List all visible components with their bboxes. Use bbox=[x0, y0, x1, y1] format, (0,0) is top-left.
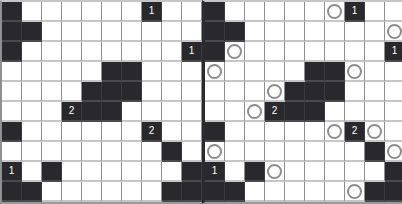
solution-cell-wall-r9c9 bbox=[385, 182, 402, 202]
puzzle-cell-white-r6c6[interactable] bbox=[122, 122, 142, 142]
solution-cell-bulb-r7c9[interactable] bbox=[385, 142, 402, 162]
solution-cell-wall-r1c1 bbox=[225, 22, 245, 42]
puzzle-cell-white-r5c1[interactable] bbox=[22, 102, 42, 122]
solution-cell-wall-r7c8 bbox=[365, 142, 385, 162]
puzzle-cell-white-r1c5[interactable] bbox=[102, 22, 122, 42]
solution-cell-bulb-r9c7[interactable] bbox=[345, 182, 365, 202]
solution-cell-white-r4c2[interactable] bbox=[245, 82, 265, 102]
puzzle-cell-wall-r9c0 bbox=[2, 182, 22, 202]
solution-cell-white-r6c4[interactable] bbox=[285, 122, 305, 142]
puzzle-cell-wall-r9c8 bbox=[162, 182, 182, 202]
puzzle-cell-white-r2c4[interactable] bbox=[82, 42, 102, 62]
puzzle-cell-white-r5c6[interactable] bbox=[122, 102, 142, 122]
puzzle-cell-wall-r2c0 bbox=[2, 42, 22, 62]
puzzle-cell-white-r1c2[interactable] bbox=[42, 22, 62, 42]
puzzle-cell-white-r4c2[interactable] bbox=[42, 82, 62, 102]
puzzle-cell-white-r2c5[interactable] bbox=[102, 42, 122, 62]
solution-cell-wall-r3c5 bbox=[305, 62, 325, 82]
solution-cell-wall-r9c1 bbox=[225, 182, 245, 202]
solution-cell-white-r2c7[interactable] bbox=[345, 42, 365, 62]
solution-cell-white-r9c4[interactable] bbox=[285, 182, 305, 202]
puzzle-cell-white-r5c0[interactable] bbox=[2, 102, 22, 122]
puzzle-cell-wall-r3c5 bbox=[102, 62, 122, 82]
puzzle-cell-white-r0c8[interactable] bbox=[162, 2, 182, 22]
puzzle-cell-white-r5c9[interactable] bbox=[182, 102, 202, 122]
solution-cell-white-r8c5[interactable] bbox=[305, 162, 325, 182]
solution-cell-white-r3c4[interactable] bbox=[285, 62, 305, 82]
puzzle-cell-white-r8c5[interactable] bbox=[102, 162, 122, 182]
solution-cell-wall-r2c0 bbox=[205, 42, 225, 62]
puzzle-cell-white-r8c1[interactable] bbox=[22, 162, 42, 182]
puzzle-cell-white-r3c2[interactable] bbox=[42, 62, 62, 82]
puzzle-cell-wall-r3c6 bbox=[122, 62, 142, 82]
solution-cell-wall-r8c9 bbox=[385, 162, 402, 182]
solution-cell-white-r5c1[interactable] bbox=[225, 102, 245, 122]
solution-cell-bulb-r6c6[interactable] bbox=[325, 122, 345, 142]
puzzle-cell-white-r2c7[interactable] bbox=[142, 42, 162, 62]
solution-cell-white-r6c1[interactable] bbox=[225, 122, 245, 142]
puzzle-cell-wall-r4c4 bbox=[82, 82, 102, 102]
light-bulb-icon bbox=[207, 64, 222, 79]
puzzle-cell-white-r7c2[interactable] bbox=[42, 142, 62, 162]
puzzle-cell-clue-r0c7: 1 bbox=[142, 2, 162, 22]
solution-cell-wall-r5c4 bbox=[285, 102, 305, 122]
solution-cell-white-r7c6[interactable] bbox=[325, 142, 345, 162]
solution-cell-wall-r4c5 bbox=[305, 82, 325, 102]
solution-cell-white-r2c2[interactable] bbox=[245, 42, 265, 62]
puzzle-cell-white-r0c5[interactable] bbox=[102, 2, 122, 22]
solution-cell-white-r1c5[interactable] bbox=[305, 22, 325, 42]
puzzle-cell-white-r7c6[interactable] bbox=[122, 142, 142, 162]
light-bulb-icon bbox=[267, 84, 282, 99]
puzzle-cell-white-r6c5[interactable] bbox=[102, 122, 122, 142]
puzzle-board: 11221 bbox=[0, 0, 202, 204]
solution-cell-white-r8c4[interactable] bbox=[285, 162, 305, 182]
solution-cell-white-r6c5[interactable] bbox=[305, 122, 325, 142]
solution-cell-white-r7c5[interactable] bbox=[305, 142, 325, 162]
solution-cell-white-r2c3[interactable] bbox=[265, 42, 285, 62]
puzzle-cell-white-r3c9[interactable] bbox=[182, 62, 202, 82]
puzzle-cell-clue-r8c0: 1 bbox=[2, 162, 22, 182]
solution-cell-white-r5c6[interactable] bbox=[325, 102, 345, 122]
solution-cell-clue-r2c9: 1 bbox=[385, 42, 402, 62]
puzzle-cell-white-r2c8[interactable] bbox=[162, 42, 182, 62]
puzzle-cell-white-r3c1[interactable] bbox=[22, 62, 42, 82]
solution-cell-wall-r9c8 bbox=[365, 182, 385, 202]
puzzle-cell-white-r6c9[interactable] bbox=[182, 122, 202, 142]
puzzle-cell-white-r2c2[interactable] bbox=[42, 42, 62, 62]
solution-cell-white-r6c3[interactable] bbox=[265, 122, 285, 142]
puzzle-cell-white-r1c6[interactable] bbox=[122, 22, 142, 42]
puzzle-cell-white-r3c0[interactable] bbox=[2, 62, 22, 82]
solution-cell-wall-r0c0 bbox=[205, 2, 225, 22]
puzzle-cell-white-r3c3[interactable] bbox=[62, 62, 82, 82]
solution-cell-bulb-r2c1[interactable] bbox=[225, 42, 245, 62]
puzzle-cell-white-r8c3[interactable] bbox=[62, 162, 82, 182]
puzzle-cell-white-r7c4[interactable] bbox=[82, 142, 102, 162]
puzzle-cell-wall-r5c5 bbox=[102, 102, 122, 122]
solution-cell-white-r2c6[interactable] bbox=[325, 42, 345, 62]
puzzle-cell-white-r1c8[interactable] bbox=[162, 22, 182, 42]
puzzle-cell-wall-r9c1 bbox=[22, 182, 42, 202]
solution-cell-wall-r8c2 bbox=[245, 162, 265, 182]
solution-cell-white-r1c8[interactable] bbox=[365, 22, 385, 42]
solution-cell-white-r2c4[interactable] bbox=[285, 42, 305, 62]
puzzle-cell-white-r8c6[interactable] bbox=[122, 162, 142, 182]
solution-cell-bulb-r0c6[interactable] bbox=[325, 2, 345, 22]
puzzle-cell-clue-r2c9: 1 bbox=[182, 42, 202, 62]
puzzle-cell-white-r9c3[interactable] bbox=[62, 182, 82, 202]
puzzle-cell-white-r3c8[interactable] bbox=[162, 62, 182, 82]
solution-cell-bulb-r3c0[interactable] bbox=[205, 62, 225, 82]
solution-board: 11221 bbox=[202, 0, 402, 204]
puzzle-cell-wall-r1c0 bbox=[2, 22, 22, 42]
puzzle-cell-wall-r6c0 bbox=[2, 122, 22, 142]
solution-cell-bulb-r4c3[interactable] bbox=[265, 82, 285, 102]
solution-cell-white-r9c3[interactable] bbox=[265, 182, 285, 202]
light-bulb-icon bbox=[387, 24, 402, 39]
light-bulb-icon bbox=[367, 124, 382, 139]
puzzle-cell-white-r9c5[interactable] bbox=[102, 182, 122, 202]
solution-cell-bulb-r1c9[interactable] bbox=[385, 22, 402, 42]
puzzle-cell-white-r3c7[interactable] bbox=[142, 62, 162, 82]
solution-cell-white-r2c8[interactable] bbox=[365, 42, 385, 62]
solution-cell-white-r1c7[interactable] bbox=[345, 22, 365, 42]
solution-cell-white-r4c8[interactable] bbox=[365, 82, 385, 102]
solution-cell-white-r2c5[interactable] bbox=[305, 42, 325, 62]
solution-cell-white-r6c9[interactable] bbox=[385, 122, 402, 142]
solution-cell-white-r5c7[interactable] bbox=[345, 102, 365, 122]
puzzle-cell-white-r6c4[interactable] bbox=[82, 122, 102, 142]
puzzle-cell-white-r4c8[interactable] bbox=[162, 82, 182, 102]
puzzle-cell-white-r0c4[interactable] bbox=[82, 2, 102, 22]
light-bulb-icon bbox=[227, 44, 242, 59]
solution-cell-white-r0c9[interactable] bbox=[385, 2, 402, 22]
solution-cell-bulb-r8c3[interactable] bbox=[265, 162, 285, 182]
puzzle-cell-white-r4c7[interactable] bbox=[142, 82, 162, 102]
solution-cell-wall-r4c4 bbox=[285, 82, 305, 102]
solution-cell-white-r1c2[interactable] bbox=[245, 22, 265, 42]
puzzle-cell-wall-r8c2 bbox=[42, 162, 62, 182]
puzzle-cell-white-r3c4[interactable] bbox=[82, 62, 102, 82]
solution-cell-white-r0c5[interactable] bbox=[305, 2, 325, 22]
puzzle-cell-clue-r5c3: 2 bbox=[62, 102, 82, 122]
puzzle-cell-white-r8c4[interactable] bbox=[82, 162, 102, 182]
solution-cell-white-r7c4[interactable] bbox=[285, 142, 305, 162]
light-bulb-icon bbox=[207, 144, 222, 159]
solution-cell-white-r1c6[interactable] bbox=[325, 22, 345, 42]
solution-cell-white-r1c3[interactable] bbox=[265, 22, 285, 42]
puzzle-cell-white-r7c5[interactable] bbox=[102, 142, 122, 162]
solution-cell-clue-r6c7: 2 bbox=[345, 122, 365, 142]
light-bulb-icon bbox=[347, 184, 362, 199]
light-bulb-icon bbox=[327, 124, 342, 139]
solution-cell-white-r8c6[interactable] bbox=[325, 162, 345, 182]
solution-cell-white-r9c6[interactable] bbox=[325, 182, 345, 202]
puzzle-cell-white-r0c6[interactable] bbox=[122, 2, 142, 22]
puzzle-cell-white-r1c7[interactable] bbox=[142, 22, 162, 42]
solution-cell-white-r3c9[interactable] bbox=[385, 62, 402, 82]
solution-cell-white-r5c8[interactable] bbox=[365, 102, 385, 122]
solution-cell-bulb-r6c8[interactable] bbox=[365, 122, 385, 142]
solution-cell-white-r3c2[interactable] bbox=[245, 62, 265, 82]
light-bulb-icon bbox=[267, 164, 282, 179]
solution-cell-white-r7c2[interactable] bbox=[245, 142, 265, 162]
solution-cell-white-r9c5[interactable] bbox=[305, 182, 325, 202]
puzzle-cell-wall-r7c8 bbox=[162, 142, 182, 162]
light-bulb-icon bbox=[347, 64, 362, 79]
solution-cell-wall-r3c6 bbox=[325, 62, 345, 82]
puzzle-cell-white-r7c7[interactable] bbox=[142, 142, 162, 162]
puzzle-cell-white-r9c7[interactable] bbox=[142, 182, 162, 202]
solution-cell-white-r7c1[interactable] bbox=[225, 142, 245, 162]
puzzle-cell-white-r7c3[interactable] bbox=[62, 142, 82, 162]
puzzle-cell-white-r1c3[interactable] bbox=[62, 22, 82, 42]
solution-cell-white-r9c2[interactable] bbox=[245, 182, 265, 202]
puzzle-cell-white-r4c0[interactable] bbox=[2, 82, 22, 102]
puzzle-cell-white-r9c6[interactable] bbox=[122, 182, 142, 202]
solution-cell-white-r5c0[interactable] bbox=[205, 102, 225, 122]
puzzle-cell-white-r1c4[interactable] bbox=[82, 22, 102, 42]
solution-cell-white-r5c9[interactable] bbox=[385, 102, 402, 122]
puzzle-cell-wall-r8c9 bbox=[182, 162, 202, 182]
puzzle-cell-wall-r4c6 bbox=[122, 82, 142, 102]
solution-cell-white-r4c9[interactable] bbox=[385, 82, 402, 102]
solution-cell-white-r3c8[interactable] bbox=[365, 62, 385, 82]
light-bulb-icon bbox=[327, 4, 342, 19]
solution-cell-wall-r6c0 bbox=[205, 122, 225, 142]
puzzle-cell-wall-r4c5 bbox=[102, 82, 122, 102]
puzzle-cell-white-r4c3[interactable] bbox=[62, 82, 82, 102]
solution-cell-white-r8c8[interactable] bbox=[365, 162, 385, 182]
puzzle-cell-wall-r5c4 bbox=[82, 102, 102, 122]
puzzle-cell-white-r2c1[interactable] bbox=[22, 42, 42, 62]
solution-cell-white-r8c1[interactable] bbox=[225, 162, 245, 182]
solution-cell-bulb-r7c0[interactable] bbox=[205, 142, 225, 162]
puzzle-cell-white-r7c9[interactable] bbox=[182, 142, 202, 162]
puzzle-cell-white-r7c0[interactable] bbox=[2, 142, 22, 162]
puzzle-cell-white-r0c9[interactable] bbox=[182, 2, 202, 22]
solution-cell-white-r3c1[interactable] bbox=[225, 62, 245, 82]
puzzle-cell-white-r6c8[interactable] bbox=[162, 122, 182, 142]
puzzle-cell-white-r6c3[interactable] bbox=[62, 122, 82, 142]
solution-cell-bulb-r3c7[interactable] bbox=[345, 62, 365, 82]
solution-cell-white-r0c2[interactable] bbox=[245, 2, 265, 22]
puzzle-cell-white-r6c2[interactable] bbox=[42, 122, 62, 142]
puzzle-cell-white-r0c1[interactable] bbox=[22, 2, 42, 22]
puzzle-cell-wall-r0c0 bbox=[2, 2, 22, 22]
puzzle-cell-white-r8c7[interactable] bbox=[142, 162, 162, 182]
solution-cell-white-r6c2[interactable] bbox=[245, 122, 265, 142]
solution-cell-white-r0c4[interactable] bbox=[285, 2, 305, 22]
solution-cell-white-r4c0[interactable] bbox=[205, 82, 225, 102]
puzzle-cell-white-r9c4[interactable] bbox=[82, 182, 102, 202]
puzzle-cell-white-r6c1[interactable] bbox=[22, 122, 42, 142]
solution-cell-clue-r0c7: 1 bbox=[345, 2, 365, 22]
solution-cell-white-r3c3[interactable] bbox=[265, 62, 285, 82]
solution-cell-wall-r9c0 bbox=[205, 182, 225, 202]
solution-cell-bulb-r5c2[interactable] bbox=[245, 102, 265, 122]
puzzle-cell-wall-r1c1 bbox=[22, 22, 42, 42]
puzzle-cell-white-r8c8[interactable] bbox=[162, 162, 182, 182]
solution-cell-white-r0c8[interactable] bbox=[365, 2, 385, 22]
solution-cell-white-r7c3[interactable] bbox=[265, 142, 285, 162]
solution-cell-clue-r5c3: 2 bbox=[265, 102, 285, 122]
puzzle-cell-white-r4c9[interactable] bbox=[182, 82, 202, 102]
light-bulb-icon bbox=[247, 104, 262, 119]
solution-cell-wall-r1c0 bbox=[205, 22, 225, 42]
puzzle-cell-white-r0c2[interactable] bbox=[42, 2, 62, 22]
puzzle-cell-white-r9c2[interactable] bbox=[42, 182, 62, 202]
puzzle-cell-white-r5c8[interactable] bbox=[162, 102, 182, 122]
puzzle-cell-white-r4c1[interactable] bbox=[22, 82, 42, 102]
puzzle-cell-white-r1c9[interactable] bbox=[182, 22, 202, 42]
solution-cell-white-r1c4[interactable] bbox=[285, 22, 305, 42]
puzzle-cell-wall-r9c9 bbox=[182, 182, 202, 202]
solution-cell-white-r4c1[interactable] bbox=[225, 82, 245, 102]
puzzle-cell-clue-r6c7: 2 bbox=[142, 122, 162, 142]
puzzle-cell-white-r7c1[interactable] bbox=[22, 142, 42, 162]
solution-cell-white-r8c7[interactable] bbox=[345, 162, 365, 182]
puzzle-cell-white-r0c3[interactable] bbox=[62, 2, 82, 22]
akari-boards: 11221 11221 bbox=[0, 0, 402, 204]
solution-cell-white-r7c7[interactable] bbox=[345, 142, 365, 162]
puzzle-cell-white-r5c7[interactable] bbox=[142, 102, 162, 122]
solution-cell-clue-r8c0: 1 bbox=[205, 162, 225, 182]
light-bulb-icon bbox=[387, 144, 402, 159]
solution-cell-wall-r5c5 bbox=[305, 102, 325, 122]
solution-cell-white-r0c1[interactable] bbox=[225, 2, 245, 22]
puzzle-cell-white-r5c2[interactable] bbox=[42, 102, 62, 122]
solution-cell-wall-r4c6 bbox=[325, 82, 345, 102]
puzzle-cell-white-r2c3[interactable] bbox=[62, 42, 82, 62]
solution-cell-white-r4c7[interactable] bbox=[345, 82, 365, 102]
puzzle-cell-white-r2c6[interactable] bbox=[122, 42, 142, 62]
solution-cell-white-r0c3[interactable] bbox=[265, 2, 285, 22]
